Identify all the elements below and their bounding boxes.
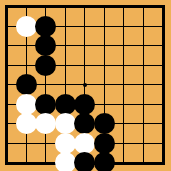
white-stone[interactable] [16, 94, 37, 115]
white-stone[interactable] [55, 152, 76, 171]
go-app-window [0, 0, 171, 171]
black-stone[interactable] [16, 74, 37, 95]
white-stone[interactable] [55, 133, 76, 154]
white-stone[interactable] [74, 133, 95, 154]
white-stone[interactable] [55, 113, 76, 134]
white-stone[interactable] [16, 16, 37, 37]
go-board[interactable] [0, 0, 171, 171]
white-stone[interactable] [35, 113, 56, 134]
black-stone[interactable] [55, 94, 76, 115]
black-stone[interactable] [35, 94, 56, 115]
black-stone[interactable] [94, 113, 115, 134]
black-stone[interactable] [94, 133, 115, 154]
star-point [83, 83, 87, 87]
white-stone[interactable] [16, 113, 37, 134]
black-stone[interactable] [74, 94, 95, 115]
grid-line-vertical [143, 7, 144, 163]
black-stone[interactable] [74, 152, 95, 171]
black-stone[interactable] [35, 55, 56, 76]
black-stone[interactable] [35, 16, 56, 37]
black-stone[interactable] [94, 152, 115, 171]
black-stone[interactable] [74, 113, 95, 134]
black-stone[interactable] [35, 35, 56, 56]
grid-line-vertical [123, 7, 124, 163]
